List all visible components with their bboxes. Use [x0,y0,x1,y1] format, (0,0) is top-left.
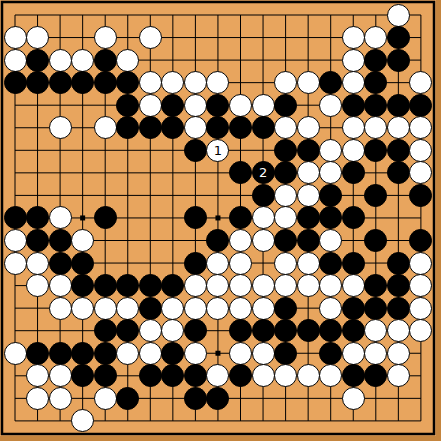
white-stone [49,49,72,72]
white-stone [49,364,72,387]
star-point [215,351,220,356]
black-stone [26,342,49,365]
white-stone [116,49,139,72]
black-stone [252,184,275,207]
black-stone [274,342,297,365]
white-stone [4,342,27,365]
white-stone [387,116,410,139]
black-stone [342,319,365,342]
black-stone [184,139,207,162]
white-stone [229,94,252,117]
white-stone [342,342,365,365]
white-stone [229,229,252,252]
white-stone [71,297,94,320]
white-stone [252,342,275,365]
white-stone [4,26,27,49]
black-stone [161,94,184,117]
black-stone [342,297,365,320]
white-stone [229,274,252,297]
white-stone [4,252,27,275]
white-stone [94,387,117,410]
black-stone [139,116,162,139]
white-stone [342,49,365,72]
white-stone [116,297,139,320]
black-stone [71,252,94,275]
white-stone [184,297,207,320]
white-stone [319,94,342,117]
white-stone [342,139,365,162]
black-stone [364,297,387,320]
white-stone [49,297,72,320]
white-stone [139,342,162,365]
black-stone [206,94,229,117]
white-stone [184,274,207,297]
black-stone [297,139,320,162]
black-stone [387,26,410,49]
star-point [80,215,85,220]
white-stone [297,252,320,275]
black-stone [274,229,297,252]
black-stone [4,71,27,94]
black-stone [297,229,320,252]
white-stone [297,116,320,139]
white-stone [26,26,49,49]
black-stone [319,252,342,275]
black-stone [387,297,410,320]
black-stone [364,49,387,72]
black-stone [184,319,207,342]
black-stone [274,94,297,117]
white-stone [229,342,252,365]
black-stone [409,94,432,117]
white-stone [184,342,207,365]
white-stone [409,252,432,275]
white-stone [252,94,275,117]
black-stone [319,342,342,365]
black-stone [49,71,72,94]
black-stone [94,342,117,365]
white-stone [4,49,27,72]
black-stone [319,184,342,207]
move-2-stone: 2 [252,161,275,184]
white-stone [342,116,365,139]
white-stone [319,139,342,162]
white-stone [364,342,387,365]
white-stone [297,274,320,297]
black-stone [49,229,72,252]
black-stone [342,94,365,117]
black-stone [387,94,410,117]
white-stone [26,387,49,410]
black-stone [342,364,365,387]
white-stone [49,116,72,139]
white-stone [319,297,342,320]
white-stone [252,229,275,252]
white-stone [71,49,94,72]
black-stone [297,319,320,342]
white-stone [139,26,162,49]
white-stone [274,252,297,275]
black-stone [139,364,162,387]
black-stone [94,274,117,297]
star-point [215,215,220,220]
black-stone [387,252,410,275]
black-stone [116,94,139,117]
white-stone [49,387,72,410]
black-stone [4,206,27,229]
white-stone [409,297,432,320]
black-stone [252,319,275,342]
white-stone [49,274,72,297]
white-stone [297,161,320,184]
white-stone [342,387,365,410]
white-stone [26,252,49,275]
black-stone [49,342,72,365]
white-stone [206,252,229,275]
black-stone [387,139,410,162]
black-stone [342,161,365,184]
black-stone [49,252,72,275]
white-stone [116,342,139,365]
white-stone [252,274,275,297]
white-stone [49,206,72,229]
black-stone [139,274,162,297]
white-stone [387,319,410,342]
white-stone [184,71,207,94]
black-stone [342,252,365,275]
black-stone [139,297,162,320]
black-stone [94,71,117,94]
white-stone [342,26,365,49]
white-stone [229,297,252,320]
black-stone [387,49,410,72]
black-stone [71,342,94,365]
white-stone [71,229,94,252]
black-stone [184,252,207,275]
white-stone [342,71,365,94]
black-stone [26,229,49,252]
white-stone [184,94,207,117]
white-stone [184,116,207,139]
black-stone [184,387,207,410]
white-stone [139,94,162,117]
black-stone [387,274,410,297]
white-stone [161,297,184,320]
white-stone [94,26,117,49]
white-stone [94,116,117,139]
white-stone [206,297,229,320]
white-stone [252,297,275,320]
black-stone [94,49,117,72]
white-stone [297,364,320,387]
white-stone [139,71,162,94]
white-stone [387,4,410,27]
black-stone [116,387,139,410]
white-stone [387,342,410,365]
black-stone [26,49,49,72]
white-stone [139,319,162,342]
white-stone [297,71,320,94]
white-stone [94,297,117,320]
black-stone [94,364,117,387]
black-stone [94,206,117,229]
black-stone [297,206,320,229]
white-stone [252,364,275,387]
black-stone [274,297,297,320]
black-stone [364,94,387,117]
white-stone [4,229,27,252]
black-stone [252,116,275,139]
black-stone [161,342,184,365]
black-stone [364,139,387,162]
white-stone [297,184,320,207]
white-stone [229,252,252,275]
black-stone [274,139,297,162]
white-stone [387,364,410,387]
white-stone [274,184,297,207]
white-stone [26,274,49,297]
black-stone [94,319,117,342]
white-stone [252,206,275,229]
go-board-grid[interactable]: 12 [0,0,436,436]
go-board: 12 [0,0,441,441]
white-stone [342,274,365,297]
